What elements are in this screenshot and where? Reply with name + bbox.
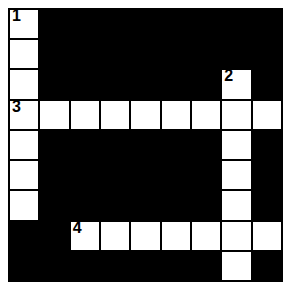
white-cell-r4c2[interactable] (40, 101, 68, 129)
white-cell-r2c1[interactable] (10, 40, 38, 68)
white-cell-r4c3[interactable] (71, 101, 99, 129)
black-cell-r2c7 (192, 40, 220, 68)
black-cell-r2c4 (101, 40, 129, 68)
white-cell-r8c7[interactable] (192, 222, 220, 250)
clue-number-4: 4 (73, 220, 82, 236)
black-cell-r9c2 (40, 252, 68, 280)
black-cell-r5c9 (253, 131, 281, 159)
black-cell-r7c2 (40, 191, 68, 219)
black-cell-r6c6 (162, 161, 190, 189)
clue-number-1: 1 (12, 8, 21, 24)
black-cell-r1c9 (253, 10, 281, 38)
black-cell-r2c3 (71, 40, 99, 68)
black-cell-r7c6 (162, 191, 190, 219)
black-cell-r5c5 (131, 131, 159, 159)
black-cell-r6c5 (131, 161, 159, 189)
black-cell-r5c3 (71, 131, 99, 159)
black-cell-r3c6 (162, 70, 190, 98)
black-cell-r6c3 (71, 161, 99, 189)
black-cell-r1c4 (101, 10, 129, 38)
white-cell-r8c6[interactable] (162, 222, 190, 250)
black-cell-r8c1 (10, 222, 38, 250)
white-cell-r5c8[interactable] (222, 131, 250, 159)
black-cell-r8c2 (40, 222, 68, 250)
black-cell-r7c3 (71, 191, 99, 219)
white-cell-r8c8[interactable] (222, 222, 250, 250)
black-cell-r9c7 (192, 252, 220, 280)
crossword-board: 1234 (8, 8, 283, 282)
black-cell-r3c2 (40, 70, 68, 98)
white-cell-r4c8[interactable] (222, 101, 250, 129)
white-cell-r1c1[interactable]: 1 (10, 10, 38, 38)
black-cell-r7c5 (131, 191, 159, 219)
black-cell-r5c2 (40, 131, 68, 159)
black-cell-r9c4 (101, 252, 129, 280)
black-cell-r7c9 (253, 191, 281, 219)
white-cell-r9c8[interactable] (222, 252, 250, 280)
black-cell-r1c2 (40, 10, 68, 38)
black-cell-r2c8 (222, 40, 250, 68)
white-cell-r4c4[interactable] (101, 101, 129, 129)
white-cell-r7c8[interactable] (222, 191, 250, 219)
black-cell-r3c7 (192, 70, 220, 98)
black-cell-r6c7 (192, 161, 220, 189)
black-cell-r1c6 (162, 10, 190, 38)
white-cell-r7c1[interactable] (10, 191, 38, 219)
black-cell-r3c5 (131, 70, 159, 98)
black-cell-r9c1 (10, 252, 38, 280)
black-cell-r5c4 (101, 131, 129, 159)
black-cell-r7c7 (192, 191, 220, 219)
black-cell-r3c4 (101, 70, 129, 98)
white-cell-r4c7[interactable] (192, 101, 220, 129)
white-cell-r4c6[interactable] (162, 101, 190, 129)
black-cell-r2c2 (40, 40, 68, 68)
white-cell-r8c9[interactable] (253, 222, 281, 250)
white-cell-r8c5[interactable] (131, 222, 159, 250)
black-cell-r3c3 (71, 70, 99, 98)
white-cell-r3c1[interactable] (10, 70, 38, 98)
black-cell-r3c9 (253, 70, 281, 98)
white-cell-r8c4[interactable] (101, 222, 129, 250)
black-cell-r9c9 (253, 252, 281, 280)
white-cell-r6c8[interactable] (222, 161, 250, 189)
black-cell-r9c6 (162, 252, 190, 280)
white-cell-r4c9[interactable] (253, 101, 281, 129)
black-cell-r1c7 (192, 10, 220, 38)
clue-number-2: 2 (224, 68, 233, 84)
black-cell-r1c5 (131, 10, 159, 38)
black-cell-r6c9 (253, 161, 281, 189)
white-cell-r5c1[interactable] (10, 131, 38, 159)
clue-number-3: 3 (12, 99, 21, 115)
black-cell-r1c3 (71, 10, 99, 38)
white-cell-r8c3[interactable]: 4 (71, 222, 99, 250)
black-cell-r1c8 (222, 10, 250, 38)
black-cell-r2c6 (162, 40, 190, 68)
white-cell-r4c1[interactable]: 3 (10, 101, 38, 129)
white-cell-r6c1[interactable] (10, 161, 38, 189)
black-cell-r5c6 (162, 131, 190, 159)
white-cell-r4c5[interactable] (131, 101, 159, 129)
black-cell-r9c5 (131, 252, 159, 280)
white-cell-r3c8[interactable]: 2 (222, 70, 250, 98)
black-cell-r6c2 (40, 161, 68, 189)
black-cell-r9c3 (71, 252, 99, 280)
black-cell-r2c9 (253, 40, 281, 68)
black-cell-r2c5 (131, 40, 159, 68)
black-cell-r6c4 (101, 161, 129, 189)
black-cell-r5c7 (192, 131, 220, 159)
black-cell-r7c4 (101, 191, 129, 219)
